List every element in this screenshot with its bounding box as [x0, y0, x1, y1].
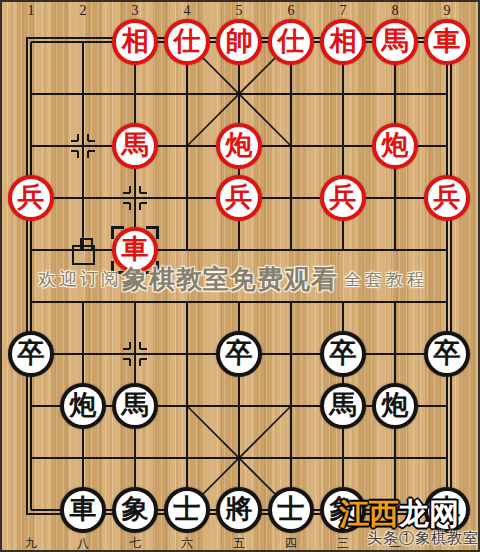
piece-glyph: 兵	[226, 184, 253, 211]
piece-red-cannon[interactable]: 炮	[216, 123, 262, 169]
piece-glyph: 兵	[18, 184, 45, 211]
piece-glyph: 卒	[330, 340, 357, 367]
piece-red-soldier[interactable]: 兵	[8, 175, 54, 221]
piece-red-advisor[interactable]: 仕	[268, 19, 314, 65]
piece-black-chariot[interactable]: 車	[424, 487, 470, 533]
piece-black-horse[interactable]: 馬	[320, 383, 366, 429]
piece-black-advisor[interactable]: 士	[268, 487, 314, 533]
piece-red-chariot[interactable]: 車	[112, 227, 158, 273]
piece-black-general[interactable]: 將	[216, 487, 262, 533]
file-label-bottom-8: 二	[389, 535, 401, 552]
piece-red-soldier[interactable]: 兵	[216, 175, 262, 221]
file-label-bottom-3: 七	[129, 535, 141, 552]
piece-glyph: 車	[434, 496, 461, 523]
piece-black-horse[interactable]: 馬	[112, 383, 158, 429]
piece-red-general[interactable]: 帥	[216, 19, 262, 65]
piece-red-cannon[interactable]: 炮	[372, 123, 418, 169]
piece-glyph: 馬	[330, 392, 357, 419]
file-label-bottom-2: 八	[77, 535, 89, 552]
file-label-bottom-4: 六	[181, 535, 193, 552]
piece-glyph: 將	[226, 496, 253, 523]
piece-red-advisor[interactable]: 仕	[164, 19, 210, 65]
piece-glyph: 士	[174, 496, 201, 523]
piece-glyph: 車	[122, 236, 149, 263]
piece-glyph: 炮	[382, 392, 409, 419]
piece-glyph: 仕	[278, 28, 305, 55]
piece-red-elephant[interactable]: 相	[320, 19, 366, 65]
file-label-bottom-1: 九	[25, 535, 37, 552]
piece-glyph: 卒	[434, 340, 461, 367]
piece-black-cannon[interactable]: 炮	[372, 383, 418, 429]
piece-glyph: 象	[122, 496, 149, 523]
piece-black-chariot[interactable]: 車	[60, 487, 106, 533]
piece-glyph: 卒	[18, 340, 45, 367]
file-label-bottom-9: 一	[441, 535, 453, 552]
piece-red-soldier[interactable]: 兵	[320, 175, 366, 221]
file-label-top-1: 1	[28, 3, 35, 19]
piece-glyph: 馬	[122, 132, 149, 159]
piece-red-horse[interactable]: 馬	[112, 123, 158, 169]
piece-black-advisor[interactable]: 士	[164, 487, 210, 533]
board-grid-svg	[0, 0, 480, 552]
piece-glyph: 帥	[226, 28, 253, 55]
piece-glyph: 士	[278, 496, 305, 523]
piece-black-elephant[interactable]: 象	[112, 487, 158, 533]
piece-glyph: 兵	[330, 184, 357, 211]
piece-glyph: 卒	[226, 340, 253, 367]
file-label-bottom-7: 三	[337, 535, 349, 552]
piece-glyph: 馬	[122, 392, 149, 419]
piece-red-soldier[interactable]: 兵	[424, 175, 470, 221]
piece-glyph: 象	[330, 496, 357, 523]
piece-black-soldier[interactable]: 卒	[216, 331, 262, 377]
piece-black-soldier[interactable]: 卒	[8, 331, 54, 377]
piece-red-elephant[interactable]: 相	[112, 19, 158, 65]
piece-red-chariot[interactable]: 車	[424, 19, 470, 65]
file-label-top-3: 3	[132, 3, 139, 19]
file-label-bottom-5: 五	[233, 535, 245, 552]
xiangqi-board: 123456789 九八七六五四三二一 相仕帥仕相馬車馬炮炮兵兵兵兵車卒卒卒卒炮…	[0, 0, 480, 552]
piece-glyph: 車	[70, 496, 97, 523]
file-label-bottom-6: 四	[285, 535, 297, 552]
piece-black-soldier[interactable]: 卒	[424, 331, 470, 377]
piece-glyph: 兵	[434, 184, 461, 211]
piece-glyph: 馬	[382, 28, 409, 55]
file-label-top-4: 4	[184, 3, 191, 19]
piece-red-horse[interactable]: 馬	[372, 19, 418, 65]
piece-black-cannon[interactable]: 炮	[60, 383, 106, 429]
file-label-top-8: 8	[392, 3, 399, 19]
file-label-top-6: 6	[288, 3, 295, 19]
file-label-top-5: 5	[236, 3, 243, 19]
piece-glyph: 相	[122, 28, 149, 55]
piece-glyph: 炮	[382, 132, 409, 159]
piece-glyph: 炮	[226, 132, 253, 159]
file-label-top-9: 9	[444, 3, 451, 19]
file-label-top-2: 2	[80, 3, 87, 19]
piece-glyph: 相	[330, 28, 357, 55]
piece-glyph: 炮	[70, 392, 97, 419]
piece-glyph: 車	[434, 28, 461, 55]
piece-black-soldier[interactable]: 卒	[320, 331, 366, 377]
piece-glyph: 仕	[174, 28, 201, 55]
file-label-top-7: 7	[340, 3, 347, 19]
piece-black-elephant[interactable]: 象	[320, 487, 366, 533]
